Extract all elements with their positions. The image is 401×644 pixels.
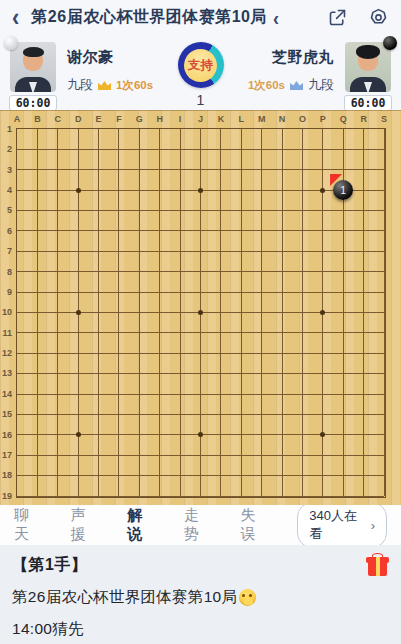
intersection-N11 — [272, 323, 292, 343]
intersection-A1 — [7, 119, 27, 139]
intersection-H11 — [150, 323, 170, 343]
intersection-F10 — [109, 302, 129, 322]
intersection-F14 — [109, 384, 129, 404]
intersection-O7 — [292, 241, 312, 261]
intersection-N19 — [272, 486, 292, 506]
intersection-D2 — [68, 139, 88, 159]
board-grid: 1 — [7, 119, 394, 506]
top-bar: ‹ 第26届农心杯世界团体赛第10局 ‹ — [0, 0, 401, 35]
intersection-K14 — [211, 384, 231, 404]
viewers-count: 340人在看 — [309, 507, 364, 543]
intersection-D15 — [68, 404, 88, 424]
intersection-G3 — [129, 160, 149, 180]
intersection-J12 — [190, 343, 210, 363]
intersection-S18 — [374, 465, 394, 485]
intersection-B11 — [27, 323, 47, 343]
intersection-Q8 — [333, 262, 353, 282]
intersection-R14 — [353, 384, 373, 404]
intersection-K10 — [211, 302, 231, 322]
intersection-O15 — [292, 404, 312, 424]
intersection-C17 — [48, 445, 68, 465]
intersection-I19 — [170, 486, 190, 506]
intersection-M4 — [251, 180, 271, 200]
intersection-P14 — [313, 384, 333, 404]
intersection-B18 — [27, 465, 47, 485]
settings-icon[interactable] — [368, 7, 389, 28]
intersection-C12 — [48, 343, 68, 363]
intersection-H1 — [150, 119, 170, 139]
clock-right: 60:00 — [344, 95, 392, 111]
intersection-E12 — [88, 343, 108, 363]
intersection-G8 — [129, 262, 149, 282]
intersection-S13 — [374, 363, 394, 383]
intersection-I15 — [170, 404, 190, 424]
intersection-F8 — [109, 262, 129, 282]
intersection-Q1 — [333, 119, 353, 139]
intersection-A7 — [7, 241, 27, 261]
intersection-C8 — [48, 262, 68, 282]
intersection-B19 — [27, 486, 47, 506]
intersection-R15 — [353, 404, 373, 424]
player-left-name: 谢尔豪 — [67, 48, 153, 67]
intersection-Q10 — [333, 302, 353, 322]
intersection-H8 — [150, 262, 170, 282]
intersection-E13 — [88, 363, 108, 383]
intersection-O2 — [292, 139, 312, 159]
intersection-C2 — [48, 139, 68, 159]
intersection-M13 — [251, 363, 271, 383]
intersection-R16 — [353, 425, 373, 445]
intersection-Q16 — [333, 425, 353, 445]
viewers-pill[interactable]: 340人在看 › — [297, 502, 387, 548]
intersection-M15 — [251, 404, 271, 424]
intersection-N13 — [272, 363, 292, 383]
intersection-D6 — [68, 221, 88, 241]
intersection-Q5 — [333, 200, 353, 220]
intersection-G17 — [129, 445, 149, 465]
intersection-Q13 — [333, 363, 353, 383]
intersection-M11 — [251, 323, 271, 343]
intersection-K2 — [211, 139, 231, 159]
intersection-M8 — [251, 262, 271, 282]
intersection-O8 — [292, 262, 312, 282]
players-bar: 60:00 谢尔豪 九段 1次60s 支持 1 芝野虎丸 1次60s 九段 — [0, 35, 401, 110]
intersection-J17 — [190, 445, 210, 465]
commentary-line-2: 14:00猜先 — [12, 619, 84, 640]
intersection-B9 — [27, 282, 47, 302]
intersection-D19 — [68, 486, 88, 506]
intersection-O11 — [292, 323, 312, 343]
intersection-R10 — [353, 302, 373, 322]
intersection-J10 — [190, 302, 210, 322]
intersection-F16 — [109, 425, 129, 445]
player-left-byoyomi: 1次60s — [116, 78, 153, 93]
intersection-F19 — [109, 486, 129, 506]
commentary-line-1: 第26届农心杯世界团体赛第10局 — [12, 587, 237, 608]
intersection-H9 — [150, 282, 170, 302]
intersection-L19 — [231, 486, 251, 506]
intersection-P3 — [313, 160, 333, 180]
intersection-L5 — [231, 200, 251, 220]
intersection-G5 — [129, 200, 149, 220]
intersection-M2 — [251, 139, 271, 159]
share-icon[interactable] — [327, 7, 348, 28]
support-count: 1 — [178, 92, 224, 108]
intersection-C14 — [48, 384, 68, 404]
intersection-G10 — [129, 302, 149, 322]
intersection-D14 — [68, 384, 88, 404]
intersection-R18 — [353, 465, 373, 485]
gift-icon[interactable] — [366, 555, 389, 576]
intersection-K12 — [211, 343, 231, 363]
intersection-D5 — [68, 200, 88, 220]
intersection-O10 — [292, 302, 312, 322]
intersection-G14 — [129, 384, 149, 404]
move-number-header: 【第1手】 — [12, 555, 87, 576]
intersection-P10 — [313, 302, 333, 322]
intersection-B14 — [27, 384, 47, 404]
intersection-P4 — [313, 180, 333, 200]
intersection-G11 — [129, 323, 149, 343]
shy-emoji-icon — [239, 589, 256, 606]
intersection-A16 — [7, 425, 27, 445]
intersection-E5 — [88, 200, 108, 220]
intersection-G19 — [129, 486, 149, 506]
intersection-I9 — [170, 282, 190, 302]
intersection-G12 — [129, 343, 149, 363]
intersection-I18 — [170, 465, 190, 485]
intersection-F4 — [109, 180, 129, 200]
intersection-L6 — [231, 221, 251, 241]
intersection-E10 — [88, 302, 108, 322]
intersection-C13 — [48, 363, 68, 383]
intersection-A19 — [7, 486, 27, 506]
intersection-D10 — [68, 302, 88, 322]
intersection-E2 — [88, 139, 108, 159]
intersection-J5 — [190, 200, 210, 220]
intersection-R17 — [353, 445, 373, 465]
intersection-M18 — [251, 465, 271, 485]
intersection-R3 — [353, 160, 373, 180]
intersection-A2 — [7, 139, 27, 159]
intersection-C3 — [48, 160, 68, 180]
intersection-S14 — [374, 384, 394, 404]
intersection-A6 — [7, 221, 27, 241]
intersection-L3 — [231, 160, 251, 180]
player-left-info: 谢尔豪 九段 1次60s — [67, 40, 153, 110]
intersection-N17 — [272, 445, 292, 465]
intersection-E8 — [88, 262, 108, 282]
intersection-B17 — [27, 445, 47, 465]
intersection-L1 — [231, 119, 251, 139]
intersection-H17 — [150, 445, 170, 465]
intersection-J11 — [190, 323, 210, 343]
intersection-M1 — [251, 119, 271, 139]
black-stone: 1 — [333, 180, 353, 200]
collapse-icon[interactable]: ‹ — [273, 7, 279, 28]
intersection-P1 — [313, 119, 333, 139]
intersection-B7 — [27, 241, 47, 261]
intersection-D12 — [68, 343, 88, 363]
intersection-H14 — [150, 384, 170, 404]
intersection-J16 — [190, 425, 210, 445]
intersection-Q9 — [333, 282, 353, 302]
tab-commentary[interactable]: 解说 — [127, 506, 157, 544]
intersection-C6 — [48, 221, 68, 241]
intersection-P15 — [313, 404, 333, 424]
avatar-right — [345, 42, 391, 92]
intersection-P11 — [313, 323, 333, 343]
intersection-D13 — [68, 363, 88, 383]
intersection-Q7 — [333, 241, 353, 261]
intersection-M19 — [251, 486, 271, 506]
intersection-B10 — [27, 302, 47, 322]
intersection-G15 — [129, 404, 149, 424]
intersection-M5 — [251, 200, 271, 220]
intersection-L14 — [231, 384, 251, 404]
intersection-A14 — [7, 384, 27, 404]
intersection-R4 — [353, 180, 373, 200]
intersection-K15 — [211, 404, 231, 424]
tab-trend[interactable]: 走势 — [184, 506, 214, 544]
intersection-O6 — [292, 221, 312, 241]
intersection-O12 — [292, 343, 312, 363]
intersection-F17 — [109, 445, 129, 465]
intersection-N5 — [272, 200, 292, 220]
intersection-G2 — [129, 139, 149, 159]
intersection-C4 — [48, 180, 68, 200]
intersection-N7 — [272, 241, 292, 261]
intersection-R5 — [353, 200, 373, 220]
intersection-O17 — [292, 445, 312, 465]
intersection-N14 — [272, 384, 292, 404]
chevron-right-icon: › — [371, 518, 375, 533]
intersection-H3 — [150, 160, 170, 180]
intersection-H4 — [150, 180, 170, 200]
crown-blue-icon — [290, 80, 303, 90]
intersection-C18 — [48, 465, 68, 485]
intersection-O5 — [292, 200, 312, 220]
intersection-N6 — [272, 221, 292, 241]
intersection-B13 — [27, 363, 47, 383]
intersection-Q2 — [333, 139, 353, 159]
intersection-P8 — [313, 262, 333, 282]
intersection-G1 — [129, 119, 149, 139]
intersection-J7 — [190, 241, 210, 261]
intersection-F1 — [109, 119, 129, 139]
intersection-B3 — [27, 160, 47, 180]
intersection-G9 — [129, 282, 149, 302]
intersection-B4 — [27, 180, 47, 200]
intersection-S4 — [374, 180, 394, 200]
intersection-E9 — [88, 282, 108, 302]
intersection-N4 — [272, 180, 292, 200]
support-button[interactable]: 支持 — [178, 42, 224, 88]
intersection-C5 — [48, 200, 68, 220]
intersection-D17 — [68, 445, 88, 465]
back-icon[interactable]: ‹ — [12, 5, 19, 30]
intersection-D3 — [68, 160, 88, 180]
intersection-N18 — [272, 465, 292, 485]
intersection-K3 — [211, 160, 231, 180]
intersection-J19 — [190, 486, 210, 506]
intersection-S10 — [374, 302, 394, 322]
tab-chat[interactable]: 聊天 — [14, 506, 44, 544]
intersection-L18 — [231, 465, 251, 485]
intersection-M16 — [251, 425, 271, 445]
intersection-E15 — [88, 404, 108, 424]
intersection-B2 — [27, 139, 47, 159]
intersection-L8 — [231, 262, 251, 282]
intersection-M6 — [251, 221, 271, 241]
intersection-H10 — [150, 302, 170, 322]
intersection-J8 — [190, 262, 210, 282]
intersection-F11 — [109, 323, 129, 343]
intersection-A17 — [7, 445, 27, 465]
intersection-C11 — [48, 323, 68, 343]
intersection-L15 — [231, 404, 251, 424]
black-stone-icon — [383, 36, 397, 50]
intersection-P6 — [313, 221, 333, 241]
intersection-K11 — [211, 323, 231, 343]
intersection-G13 — [129, 363, 149, 383]
intersection-A15 — [7, 404, 27, 424]
intersection-Q4: 1 — [333, 180, 353, 200]
player-left-avatar-block: 60:00 — [8, 40, 58, 110]
intersection-N3 — [272, 160, 292, 180]
app-screen: ‹ 第26届农心杯世界团体赛第10局 ‹ 60:00 谢尔豪 九段 1次60s — [0, 0, 401, 644]
support-button-label: 支持 — [184, 49, 217, 82]
intersection-A5 — [7, 200, 27, 220]
tab-cheer[interactable]: 声援 — [71, 506, 101, 544]
intersection-A12 — [7, 343, 27, 363]
intersection-K13 — [211, 363, 231, 383]
intersection-F7 — [109, 241, 129, 261]
intersection-N12 — [272, 343, 292, 363]
player-right-name: 芝野虎丸 — [248, 48, 334, 67]
intersection-Q11 — [333, 323, 353, 343]
intersection-S3 — [374, 160, 394, 180]
intersection-R19 — [353, 486, 373, 506]
intersection-R8 — [353, 262, 373, 282]
intersection-H19 — [150, 486, 170, 506]
intersection-D9 — [68, 282, 88, 302]
intersection-H5 — [150, 200, 170, 220]
tab-mistakes[interactable]: 失误 — [241, 506, 271, 544]
intersection-K9 — [211, 282, 231, 302]
intersection-L2 — [231, 139, 251, 159]
intersection-O13 — [292, 363, 312, 383]
intersection-M17 — [251, 445, 271, 465]
intersection-J13 — [190, 363, 210, 383]
intersection-N16 — [272, 425, 292, 445]
intersection-I14 — [170, 384, 190, 404]
intersection-D11 — [68, 323, 88, 343]
intersection-A3 — [7, 160, 27, 180]
intersection-M7 — [251, 241, 271, 261]
commentary-panel: 【第1手】 第26届农心杯世界团体赛第10局 14:00猜先 — [0, 545, 401, 644]
intersection-B15 — [27, 404, 47, 424]
intersection-K5 — [211, 200, 231, 220]
intersection-J2 — [190, 139, 210, 159]
intersection-L10 — [231, 302, 251, 322]
intersection-K7 — [211, 241, 231, 261]
intersection-K8 — [211, 262, 231, 282]
intersection-O19 — [292, 486, 312, 506]
intersection-D4 — [68, 180, 88, 200]
go-board: ABCDEFGHIJKLMNOPQRS 12345678910111213141… — [0, 110, 401, 505]
intersection-E14 — [88, 384, 108, 404]
intersection-H12 — [150, 343, 170, 363]
intersection-O1 — [292, 119, 312, 139]
intersection-B8 — [27, 262, 47, 282]
intersection-Q17 — [333, 445, 353, 465]
intersection-R1 — [353, 119, 373, 139]
intersection-L11 — [231, 323, 251, 343]
player-left-rank: 九段 — [67, 76, 93, 94]
intersection-E6 — [88, 221, 108, 241]
intersection-H16 — [150, 425, 170, 445]
intersection-S12 — [374, 343, 394, 363]
intersection-K19 — [211, 486, 231, 506]
intersection-K6 — [211, 221, 231, 241]
intersection-P12 — [313, 343, 333, 363]
intersection-H13 — [150, 363, 170, 383]
support-block: 支持 1 — [178, 42, 224, 108]
intersection-A13 — [7, 363, 27, 383]
intersection-G4 — [129, 180, 149, 200]
intersection-E16 — [88, 425, 108, 445]
intersection-F18 — [109, 465, 129, 485]
intersection-M12 — [251, 343, 271, 363]
intersection-L7 — [231, 241, 251, 261]
intersection-A11 — [7, 323, 27, 343]
intersection-I17 — [170, 445, 190, 465]
intersection-P19 — [313, 486, 333, 506]
intersection-A10 — [7, 302, 27, 322]
intersection-C10 — [48, 302, 68, 322]
intersection-S1 — [374, 119, 394, 139]
player-right-byoyomi: 1次60s — [248, 78, 285, 93]
intersection-I13 — [170, 363, 190, 383]
intersection-H18 — [150, 465, 170, 485]
intersection-I7 — [170, 241, 190, 261]
intersection-J9 — [190, 282, 210, 302]
intersection-L17 — [231, 445, 251, 465]
intersection-E7 — [88, 241, 108, 261]
intersection-I1 — [170, 119, 190, 139]
intersection-S9 — [374, 282, 394, 302]
intersection-I16 — [170, 425, 190, 445]
intersection-P5 — [313, 200, 333, 220]
intersection-H2 — [150, 139, 170, 159]
intersection-S7 — [374, 241, 394, 261]
intersection-K1 — [211, 119, 231, 139]
clock-left: 60:00 — [9, 95, 57, 111]
intersection-R7 — [353, 241, 373, 261]
intersection-I3 — [170, 160, 190, 180]
intersection-O9 — [292, 282, 312, 302]
intersection-A8 — [7, 262, 27, 282]
intersection-J4 — [190, 180, 210, 200]
intersection-S6 — [374, 221, 394, 241]
intersection-E11 — [88, 323, 108, 343]
intersection-R6 — [353, 221, 373, 241]
intersection-I4 — [170, 180, 190, 200]
intersection-N9 — [272, 282, 292, 302]
intersection-J1 — [190, 119, 210, 139]
intersection-F3 — [109, 160, 129, 180]
